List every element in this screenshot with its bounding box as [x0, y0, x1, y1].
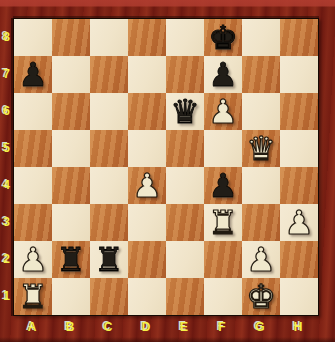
square-e7[interactable] — [166, 56, 204, 93]
file-label: A — [13, 318, 51, 336]
square-h6[interactable] — [280, 93, 318, 130]
rank-label: 7 — [0, 55, 13, 92]
square-e8[interactable] — [166, 19, 204, 56]
square-e4[interactable] — [166, 167, 204, 204]
piece-white-pawn[interactable]: ♟ — [208, 95, 238, 128]
square-f5[interactable] — [204, 130, 242, 167]
piece-white-rook[interactable]: ♜ — [208, 206, 238, 239]
piece-white-pawn[interactable]: ♟ — [246, 243, 276, 276]
file-label: D — [127, 318, 165, 336]
square-h7[interactable] — [280, 56, 318, 93]
square-c8[interactable] — [90, 19, 128, 56]
rank-coordinates: 87654321 — [0, 18, 13, 314]
piece-black-king[interactable]: ♚ — [208, 21, 238, 54]
piece-black-queen[interactable]: ♛ — [170, 95, 200, 128]
piece-white-pawn[interactable]: ♟ — [18, 243, 48, 276]
piece-black-rook[interactable]: ♜ — [56, 243, 86, 276]
file-label: C — [89, 318, 127, 336]
rank-label: 6 — [0, 92, 13, 129]
square-d5[interactable] — [128, 130, 166, 167]
square-d7[interactable] — [128, 56, 166, 93]
square-e1[interactable] — [166, 278, 204, 315]
square-a1[interactable]: ♜ — [14, 278, 52, 315]
square-g5[interactable]: ♛ — [242, 130, 280, 167]
square-b7[interactable] — [52, 56, 90, 93]
piece-white-pawn[interactable]: ♟ — [132, 169, 162, 202]
square-f4[interactable]: ♟ — [204, 167, 242, 204]
square-d4[interactable]: ♟ — [128, 167, 166, 204]
square-a5[interactable] — [14, 130, 52, 167]
square-h5[interactable] — [280, 130, 318, 167]
piece-black-pawn[interactable]: ♟ — [208, 169, 238, 202]
square-a6[interactable] — [14, 93, 52, 130]
square-c2[interactable]: ♜ — [90, 241, 128, 278]
square-b8[interactable] — [52, 19, 90, 56]
square-f1[interactable] — [204, 278, 242, 315]
square-a4[interactable] — [14, 167, 52, 204]
square-h8[interactable] — [280, 19, 318, 56]
square-d6[interactable] — [128, 93, 166, 130]
chess-board: ♚♟♟♛♟♛♟♟♜♟♟♜♜♟♜♚ — [13, 18, 319, 316]
file-label: F — [203, 318, 241, 336]
square-h1[interactable] — [280, 278, 318, 315]
square-d1[interactable] — [128, 278, 166, 315]
square-h4[interactable] — [280, 167, 318, 204]
rank-label: 2 — [0, 240, 13, 277]
file-label: H — [279, 318, 317, 336]
square-b2[interactable]: ♜ — [52, 241, 90, 278]
square-b5[interactable] — [52, 130, 90, 167]
piece-black-pawn[interactable]: ♟ — [208, 58, 238, 91]
square-c7[interactable] — [90, 56, 128, 93]
square-a3[interactable] — [14, 204, 52, 241]
chessboard-frame: ♚♟♟♛♟♛♟♟♜♟♟♜♜♟♜♚ 87654321 ABCDEFGH — [0, 0, 335, 342]
square-f2[interactable] — [204, 241, 242, 278]
square-g3[interactable] — [242, 204, 280, 241]
square-e6[interactable]: ♛ — [166, 93, 204, 130]
square-g7[interactable] — [242, 56, 280, 93]
piece-white-king[interactable]: ♚ — [246, 280, 276, 313]
piece-black-pawn[interactable]: ♟ — [18, 58, 48, 91]
square-g2[interactable]: ♟ — [242, 241, 280, 278]
piece-black-rook[interactable]: ♜ — [94, 243, 124, 276]
square-c3[interactable] — [90, 204, 128, 241]
square-f3[interactable]: ♜ — [204, 204, 242, 241]
square-g8[interactable] — [242, 19, 280, 56]
square-f8[interactable]: ♚ — [204, 19, 242, 56]
square-g6[interactable] — [242, 93, 280, 130]
rank-label: 3 — [0, 203, 13, 240]
square-b1[interactable] — [52, 278, 90, 315]
file-label: B — [51, 318, 89, 336]
file-coordinates: ABCDEFGH — [13, 318, 317, 336]
square-f6[interactable]: ♟ — [204, 93, 242, 130]
square-a8[interactable] — [14, 19, 52, 56]
rank-label: 5 — [0, 129, 13, 166]
rank-label: 1 — [0, 277, 13, 314]
square-a2[interactable]: ♟ — [14, 241, 52, 278]
square-h2[interactable] — [280, 241, 318, 278]
file-label: G — [241, 318, 279, 336]
rank-label: 8 — [0, 18, 13, 55]
square-c4[interactable] — [90, 167, 128, 204]
piece-white-pawn[interactable]: ♟ — [284, 206, 314, 239]
square-c1[interactable] — [90, 278, 128, 315]
square-c6[interactable] — [90, 93, 128, 130]
rank-label: 4 — [0, 166, 13, 203]
file-label: E — [165, 318, 203, 336]
square-b3[interactable] — [52, 204, 90, 241]
piece-white-queen[interactable]: ♛ — [246, 132, 276, 165]
square-f7[interactable]: ♟ — [204, 56, 242, 93]
square-c5[interactable] — [90, 130, 128, 167]
square-b4[interactable] — [52, 167, 90, 204]
square-d2[interactable] — [128, 241, 166, 278]
square-g4[interactable] — [242, 167, 280, 204]
square-e5[interactable] — [166, 130, 204, 167]
square-e3[interactable] — [166, 204, 204, 241]
square-b6[interactable] — [52, 93, 90, 130]
square-e2[interactable] — [166, 241, 204, 278]
square-d8[interactable] — [128, 19, 166, 56]
square-d3[interactable] — [128, 204, 166, 241]
square-h3[interactable]: ♟ — [280, 204, 318, 241]
square-g1[interactable]: ♚ — [242, 278, 280, 315]
piece-white-rook[interactable]: ♜ — [18, 280, 48, 313]
square-a7[interactable]: ♟ — [14, 56, 52, 93]
